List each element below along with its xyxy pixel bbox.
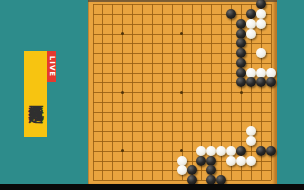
go-stone-white[interactable] [177, 156, 187, 166]
live-badge: LIVE [47, 51, 56, 82]
go-stone-white[interactable] [256, 19, 266, 29]
go-stone-white[interactable] [246, 136, 256, 146]
go-stone-black[interactable] [246, 9, 256, 19]
go-stone-white[interactable] [246, 126, 256, 136]
go-stone-black[interactable] [236, 38, 246, 48]
grid-line-horizontal [93, 102, 271, 103]
live-badge-label: LIVE [47, 51, 56, 82]
go-stone-black[interactable] [256, 146, 266, 156]
hoshi-point [180, 149, 183, 152]
go-stone-white[interactable] [256, 48, 266, 58]
go-stone-white[interactable] [236, 156, 246, 166]
hoshi-point [121, 91, 124, 94]
board-top-edge [88, 0, 277, 2]
go-stone-black[interactable] [236, 48, 246, 58]
bottom-letterbox-bar [0, 184, 304, 190]
go-stone-white[interactable] [206, 146, 216, 156]
hoshi-point [240, 91, 243, 94]
screenshot: 高级死活题 LIVE [0, 0, 304, 190]
go-stone-white[interactable] [246, 19, 256, 29]
go-stone-white[interactable] [226, 146, 236, 156]
go-stone-white[interactable] [196, 146, 206, 156]
go-stone-black[interactable] [206, 165, 216, 175]
go-stone-black[interactable] [246, 77, 256, 87]
go-stone-black[interactable] [206, 156, 216, 166]
hoshi-point [121, 32, 124, 35]
go-stone-white[interactable] [256, 68, 266, 78]
grid-line-horizontal [93, 121, 271, 122]
go-stone-black[interactable] [266, 146, 276, 156]
go-stone-black[interactable] [236, 29, 246, 39]
go-stone-black[interactable] [196, 156, 206, 166]
go-stone-black[interactable] [236, 58, 246, 68]
go-stone-black[interactable] [236, 68, 246, 78]
go-stone-white[interactable] [177, 165, 187, 175]
hoshi-point [180, 91, 183, 94]
hoshi-point [121, 149, 124, 152]
go-stone-white[interactable] [216, 146, 226, 156]
go-stone-black[interactable] [266, 77, 276, 87]
puzzle-banner: 高级死活题 [24, 51, 47, 137]
go-board[interactable] [88, 0, 277, 185]
hoshi-point [180, 32, 183, 35]
grid-line-horizontal [93, 112, 271, 113]
go-stone-black[interactable] [226, 9, 236, 19]
go-stone-black[interactable] [236, 77, 246, 87]
puzzle-banner-title: 高级死活题 [24, 92, 47, 97]
go-stone-black[interactable] [187, 165, 197, 175]
go-stone-white[interactable] [246, 156, 256, 166]
go-stone-black[interactable] [236, 19, 246, 29]
go-stone-white[interactable] [256, 9, 266, 19]
go-stone-white[interactable] [246, 29, 256, 39]
go-stone-black[interactable] [256, 0, 266, 9]
go-stone-white[interactable] [246, 68, 256, 78]
go-stone-black[interactable] [256, 77, 266, 87]
go-stone-white[interactable] [226, 156, 236, 166]
go-stone-black[interactable] [236, 146, 246, 156]
go-stone-white[interactable] [266, 68, 276, 78]
grid-line-horizontal [93, 180, 271, 181]
grid-line-horizontal [93, 141, 271, 142]
grid-line-vertical [192, 4, 193, 180]
grid-line-horizontal [93, 131, 271, 132]
